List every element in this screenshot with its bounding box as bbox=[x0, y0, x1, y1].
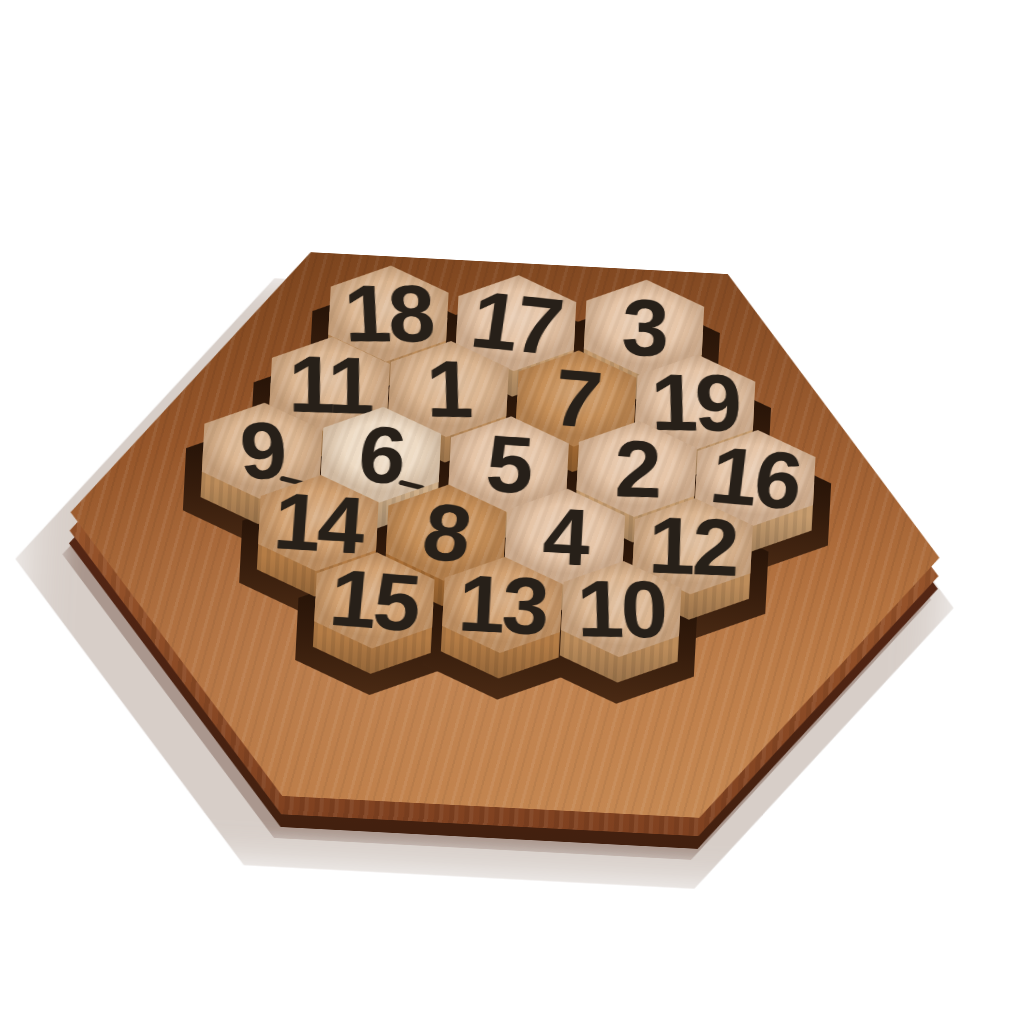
hexagon-puzzle-board: 18173111719965216148412151310 bbox=[56, 240, 953, 829]
tile-number: 17 bbox=[467, 279, 566, 367]
scene: 18173111719965216148412151310 bbox=[0, 0, 1010, 1010]
tiles-layer: 18173111719965216148412151310 bbox=[85, 240, 954, 286]
tile-number: 13 bbox=[457, 563, 549, 648]
tile-number: 2 bbox=[615, 428, 659, 509]
tile-number: 10 bbox=[577, 568, 666, 650]
tile-number: 15 bbox=[327, 557, 422, 644]
product-photo-stage: 18173111719965216148412151310 bbox=[0, 0, 1010, 1010]
tile-number: 12 bbox=[648, 504, 738, 588]
tile-number: 8 bbox=[418, 491, 474, 575]
tile-number: 14 bbox=[272, 480, 365, 566]
tile-number: 3 bbox=[621, 287, 667, 369]
tile-number: 11 bbox=[288, 344, 371, 427]
tile-number: 5 bbox=[484, 423, 534, 506]
tile-number: 4 bbox=[541, 496, 589, 578]
tile-number: 7 bbox=[549, 357, 603, 441]
tile-number: 16 bbox=[707, 434, 804, 521]
tile-number: 19 bbox=[651, 362, 740, 444]
tile-number: 1 bbox=[426, 349, 471, 430]
tile-number: 18 bbox=[343, 273, 434, 354]
